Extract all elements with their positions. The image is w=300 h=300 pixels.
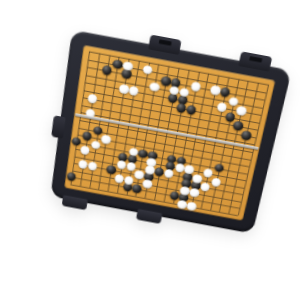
go-stone-white <box>184 165 195 175</box>
go-stone-white <box>87 161 97 171</box>
go-stone-black <box>92 125 102 135</box>
go-stone-white <box>186 201 197 211</box>
go-stone-white <box>216 102 227 113</box>
go-stone-white <box>101 134 111 144</box>
go-stone-white <box>142 64 153 75</box>
latch-slot <box>249 56 262 62</box>
go-stone-white <box>128 86 139 97</box>
go-stone-black <box>132 184 142 194</box>
go-travel-set <box>45 33 286 239</box>
go-stone-white <box>124 175 134 185</box>
go-stone-white <box>203 168 214 178</box>
go-stone-white <box>236 106 247 117</box>
go-stone-white <box>134 170 144 180</box>
go-stone-black <box>225 112 236 122</box>
product-photo-canvas <box>0 0 300 300</box>
go-stone-white <box>179 87 190 98</box>
go-stone-black <box>66 172 76 182</box>
go-stone-white <box>228 96 239 107</box>
go-stone-white <box>122 61 133 72</box>
go-stone-black <box>169 191 180 201</box>
latch-slot <box>159 39 172 46</box>
go-stone-white <box>210 85 221 96</box>
go-stone-white <box>119 84 130 95</box>
go-stone-white <box>80 145 90 155</box>
perspective-wrapper <box>50 30 291 234</box>
go-stone-black <box>241 130 252 140</box>
go-stone-black <box>101 65 112 76</box>
go-stone-white <box>114 174 124 184</box>
go-stone-white <box>149 82 160 93</box>
go-stone-black <box>154 167 165 177</box>
go-stone-white <box>87 94 98 105</box>
go-stone-black <box>186 104 197 115</box>
go-stone-black <box>233 121 244 131</box>
go-stone-black <box>82 131 92 141</box>
go-stone-black <box>138 149 149 159</box>
go-stone-black <box>112 59 123 70</box>
go-stone-white <box>192 174 203 184</box>
go-stone-white <box>190 81 201 92</box>
go-stone-white <box>78 160 88 170</box>
go-stone-black <box>220 87 231 98</box>
go-stone-black <box>71 136 81 146</box>
go-stone-white <box>128 147 139 157</box>
go-stone-black <box>214 163 225 173</box>
go-stone-black <box>160 76 171 87</box>
go-stone-white <box>200 182 211 192</box>
go-stone-white <box>90 140 100 150</box>
go-stone-white <box>211 177 222 187</box>
go-stone-black <box>106 165 116 175</box>
